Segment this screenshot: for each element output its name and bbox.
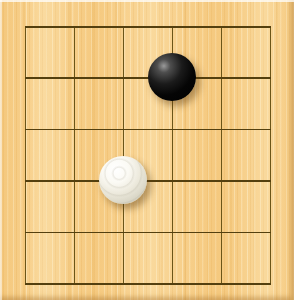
board-intersection[interactable] <box>1 206 50 257</box>
board-intersection[interactable] <box>99 154 148 205</box>
board-intersection[interactable] <box>197 0 246 51</box>
board-intersection[interactable] <box>1 154 50 205</box>
board-intersection[interactable] <box>148 257 197 300</box>
go-board <box>0 0 294 300</box>
board-intersection[interactable] <box>197 206 246 257</box>
board-intersection[interactable] <box>99 257 148 300</box>
board-intersection[interactable] <box>148 103 197 154</box>
board-intersection[interactable] <box>50 257 99 300</box>
board-intersection[interactable] <box>246 206 295 257</box>
board-intersection[interactable] <box>148 206 197 257</box>
board-intersection[interactable] <box>1 0 50 51</box>
board-intersection[interactable] <box>246 103 295 154</box>
board-intersection[interactable] <box>1 103 50 154</box>
white-stone[interactable] <box>99 156 147 204</box>
black-stone[interactable] <box>148 53 196 101</box>
board-intersection[interactable] <box>246 0 295 51</box>
board-intersection[interactable] <box>50 154 99 205</box>
screenshot <box>0 0 294 300</box>
board-intersection[interactable] <box>246 154 295 205</box>
board-intersection[interactable] <box>1 257 50 300</box>
board-intersection[interactable] <box>197 257 246 300</box>
board-intersection[interactable] <box>1 52 50 103</box>
board-intersection[interactable] <box>50 52 99 103</box>
board-intersection[interactable] <box>99 206 148 257</box>
board-intersection[interactable] <box>99 52 148 103</box>
board-intersection[interactable] <box>50 103 99 154</box>
board-intersection[interactable] <box>50 0 99 51</box>
board-intersection[interactable] <box>246 52 295 103</box>
board-intersection[interactable] <box>148 0 197 51</box>
board-intersection[interactable] <box>246 257 295 300</box>
board-intersection[interactable] <box>99 103 148 154</box>
board-intersection[interactable] <box>197 103 246 154</box>
board-intersection[interactable] <box>197 52 246 103</box>
board-intersection[interactable] <box>99 0 148 51</box>
board-intersections <box>1 0 295 300</box>
board-intersection[interactable] <box>50 206 99 257</box>
board-intersection[interactable] <box>148 52 197 103</box>
board-intersection[interactable] <box>148 154 197 205</box>
board-intersection[interactable] <box>197 154 246 205</box>
